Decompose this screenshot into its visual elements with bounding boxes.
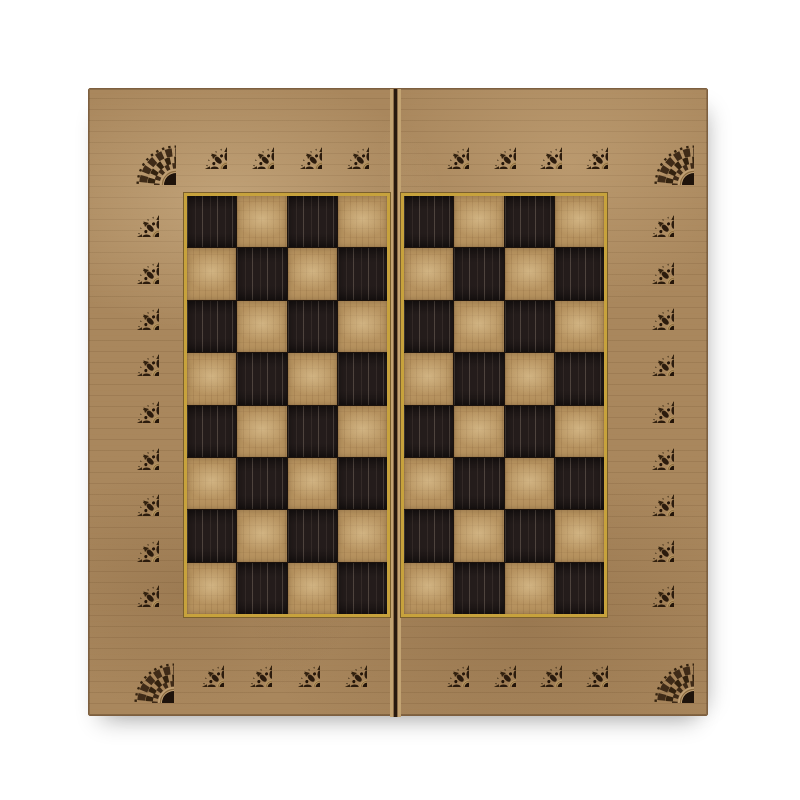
- square-dark: [288, 196, 337, 247]
- square-light: [187, 353, 236, 404]
- backgammon-chess-board: [88, 88, 708, 716]
- edge-rosette-icon: [113, 516, 159, 562]
- edge-rosette-icon: [113, 561, 159, 607]
- edge-rosette-icon: [628, 238, 674, 284]
- square-dark: [404, 301, 453, 352]
- square-light: [505, 458, 554, 509]
- edge-rosette-icon: [470, 641, 516, 687]
- square-light: [187, 248, 236, 299]
- square-dark: [288, 510, 337, 561]
- square-light: [555, 196, 604, 247]
- edge-rosette-icon: [113, 191, 159, 237]
- square-dark: [338, 458, 387, 509]
- edge-rosette-icon: [423, 123, 469, 169]
- square-light: [237, 510, 286, 561]
- square-light: [187, 563, 236, 614]
- edge-rosette-icon: [323, 123, 369, 169]
- edge-rosette-icon: [628, 470, 674, 516]
- square-dark: [237, 353, 286, 404]
- edge-rosette-icon: [181, 123, 227, 169]
- product-photo-background: [0, 0, 800, 800]
- chessboard-panel-left: [184, 193, 390, 617]
- square-light: [555, 406, 604, 457]
- square-light: [288, 248, 337, 299]
- edge-rosette-icon: [113, 424, 159, 470]
- square-dark: [404, 196, 453, 247]
- square-dark: [555, 458, 604, 509]
- square-dark: [237, 458, 286, 509]
- edge-rosette-icon: [113, 470, 159, 516]
- square-dark: [454, 353, 503, 404]
- square-light: [237, 301, 286, 352]
- edge-rosette-icon: [113, 284, 159, 330]
- edge-rosette-icon: [226, 641, 272, 687]
- square-dark: [505, 196, 554, 247]
- edge-rosette-icon: [628, 516, 674, 562]
- square-light: [404, 563, 453, 614]
- edge-rosette-icon: [228, 123, 274, 169]
- edge-rosette-icon: [516, 123, 562, 169]
- square-light: [555, 301, 604, 352]
- square-dark: [338, 563, 387, 614]
- edge-rosette-icon: [628, 377, 674, 423]
- square-dark: [237, 563, 286, 614]
- corner-mandala-icon: [614, 105, 694, 185]
- edge-rosette-icon: [562, 641, 608, 687]
- chessboard-panel-right: [401, 193, 607, 617]
- corner-mandala-icon: [614, 623, 694, 703]
- corner-mandala-icon: [94, 623, 174, 703]
- square-light: [555, 510, 604, 561]
- square-light: [338, 301, 387, 352]
- edge-rosette-icon: [562, 123, 608, 169]
- edge-rosette-icon: [178, 641, 224, 687]
- square-dark: [237, 248, 286, 299]
- edge-rosette-icon: [113, 330, 159, 376]
- square-dark: [288, 301, 337, 352]
- square-light: [288, 458, 337, 509]
- edge-rosette-icon: [628, 424, 674, 470]
- square-dark: [338, 248, 387, 299]
- square-light: [338, 510, 387, 561]
- square-dark: [555, 563, 604, 614]
- square-dark: [454, 248, 503, 299]
- square-light: [237, 196, 286, 247]
- square-light: [338, 406, 387, 457]
- square-dark: [454, 563, 503, 614]
- square-dark: [404, 510, 453, 561]
- square-light: [454, 301, 503, 352]
- edge-rosette-icon: [274, 641, 320, 687]
- square-light: [404, 248, 453, 299]
- square-dark: [505, 301, 554, 352]
- square-light: [404, 353, 453, 404]
- square-light: [288, 563, 337, 614]
- square-dark: [288, 406, 337, 457]
- square-light: [505, 353, 554, 404]
- edge-rosette-icon: [628, 284, 674, 330]
- square-light: [454, 196, 503, 247]
- edge-rosette-icon: [628, 330, 674, 376]
- edge-rosette-icon: [470, 123, 516, 169]
- square-dark: [505, 510, 554, 561]
- edge-rosette-icon: [516, 641, 562, 687]
- edge-rosette-icon: [276, 123, 322, 169]
- square-light: [454, 510, 503, 561]
- square-light: [505, 248, 554, 299]
- square-dark: [187, 301, 236, 352]
- square-light: [237, 406, 286, 457]
- square-light: [338, 196, 387, 247]
- hinge-fold: [390, 89, 401, 717]
- edge-rosette-icon: [113, 377, 159, 423]
- edge-rosette-icon: [628, 191, 674, 237]
- edge-rosette-icon: [113, 238, 159, 284]
- corner-mandala-icon: [96, 105, 176, 185]
- square-dark: [555, 353, 604, 404]
- edge-rosette-icon: [423, 641, 469, 687]
- square-light: [454, 406, 503, 457]
- square-dark: [338, 353, 387, 404]
- square-dark: [187, 196, 236, 247]
- square-dark: [404, 406, 453, 457]
- edge-rosette-icon: [321, 641, 367, 687]
- square-light: [187, 458, 236, 509]
- square-light: [505, 563, 554, 614]
- square-dark: [505, 406, 554, 457]
- square-dark: [454, 458, 503, 509]
- square-light: [404, 458, 453, 509]
- edge-rosette-icon: [628, 561, 674, 607]
- square-dark: [187, 406, 236, 457]
- square-light: [288, 353, 337, 404]
- square-dark: [555, 248, 604, 299]
- square-dark: [187, 510, 236, 561]
